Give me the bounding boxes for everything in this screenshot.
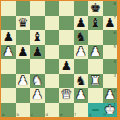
square-d1[interactable]: d (45, 103, 60, 118)
square-g5[interactable]: ♟ (88, 45, 103, 60)
square-e8[interactable] (59, 1, 74, 16)
piece-white-king[interactable]: ♚ (104, 103, 115, 116)
piece-black-king[interactable]: ♚ (90, 2, 101, 15)
board-frame: ♚8♛♟♝7♟♟♝♞6♟♟♟♟♟5♟4♟♞♞♜3♟♛♟2♟abcdefg1h♚ (0, 0, 120, 120)
piece-white-queen[interactable]: ♛ (61, 89, 72, 102)
piece-black-pawn[interactable]: ♟ (3, 31, 14, 44)
coord-rank-label: 4 (113, 60, 116, 64)
square-h6[interactable]: 6 (103, 30, 118, 45)
square-f5[interactable]: ♟ (74, 45, 89, 60)
square-b6[interactable] (16, 30, 31, 45)
square-f7[interactable]: ♟ (74, 16, 89, 31)
square-d4[interactable] (45, 59, 60, 74)
square-b3[interactable]: ♟ (16, 74, 31, 89)
piece-white-pawn[interactable]: ♟ (32, 89, 43, 102)
piece-black-knight[interactable]: ♞ (75, 31, 86, 44)
square-g8[interactable]: ♚ (88, 1, 103, 16)
piece-white-pawn[interactable]: ♟ (75, 45, 86, 58)
square-h3[interactable]: 3 (103, 74, 118, 89)
piece-black-pawn[interactable]: ♟ (61, 60, 72, 73)
square-b8[interactable] (16, 1, 31, 16)
square-a5[interactable]: ♟ (1, 45, 16, 60)
square-a6[interactable]: ♟ (1, 30, 16, 45)
square-d3[interactable] (45, 74, 60, 89)
square-c1[interactable]: c (30, 103, 45, 118)
square-h5[interactable]: 5 (103, 45, 118, 60)
square-a1[interactable]: a (1, 103, 16, 118)
coord-rank-label: 3 (113, 74, 116, 78)
square-a2[interactable] (1, 88, 16, 103)
square-d6[interactable] (45, 30, 60, 45)
piece-white-pawn[interactable]: ♟ (104, 89, 115, 102)
square-d7[interactable] (45, 16, 60, 31)
piece-black-queen[interactable]: ♛ (17, 16, 28, 29)
square-b5[interactable]: ♟ (16, 45, 31, 60)
piece-black-bishop[interactable]: ♝ (32, 31, 43, 44)
square-b7[interactable]: ♛ (16, 16, 31, 31)
square-c5[interactable]: ♟ (30, 45, 45, 60)
square-b2[interactable] (16, 88, 31, 103)
square-f3[interactable]: ♞ (74, 74, 89, 89)
piece-black-bishop[interactable]: ♝ (90, 16, 101, 29)
piece-black-pawn[interactable]: ♟ (17, 45, 28, 58)
square-a8[interactable] (1, 1, 16, 16)
square-d8[interactable] (45, 1, 60, 16)
square-h7[interactable]: 7♟ (103, 16, 118, 31)
square-h8[interactable]: 8 (103, 1, 118, 16)
square-g6[interactable] (88, 30, 103, 45)
square-a4[interactable] (1, 59, 16, 74)
coord-file-label: b (17, 113, 20, 117)
square-a3[interactable] (1, 74, 16, 89)
piece-white-pawn[interactable]: ♟ (75, 89, 86, 102)
square-f2[interactable]: ♟ (74, 88, 89, 103)
square-g1[interactable]: g (88, 103, 103, 118)
coord-file-label: f (75, 113, 76, 117)
square-a7[interactable] (1, 16, 16, 31)
square-h4[interactable]: 4 (103, 59, 118, 74)
piece-white-pawn[interactable]: ♟ (90, 45, 101, 58)
square-c4[interactable] (30, 59, 45, 74)
coord-file-label: g (89, 113, 92, 117)
piece-black-pawn[interactable]: ♟ (75, 16, 86, 29)
square-g2[interactable] (88, 88, 103, 103)
coord-rank-label: 5 (113, 45, 116, 49)
move-origin-marker (92, 109, 99, 112)
square-c6[interactable]: ♝ (30, 30, 45, 45)
square-h2[interactable]: 2♟ (103, 88, 118, 103)
square-d5[interactable] (45, 45, 60, 60)
piece-white-pawn[interactable]: ♟ (3, 45, 14, 58)
square-h1[interactable]: 1h♚ (103, 103, 118, 118)
square-c2[interactable]: ♟ (30, 88, 45, 103)
coord-file-label: d (46, 113, 49, 117)
coord-rank-label: 8 (113, 2, 116, 6)
square-e3[interactable] (59, 74, 74, 89)
square-e2[interactable]: ♛ (59, 88, 74, 103)
chess-board: ♚8♛♟♝7♟♟♝♞6♟♟♟♟♟5♟4♟♞♞♜3♟♛♟2♟abcdefg1h♚ (1, 1, 117, 117)
piece-black-pawn[interactable]: ♟ (104, 16, 115, 29)
piece-white-pawn[interactable]: ♟ (17, 74, 28, 87)
square-g4[interactable] (88, 59, 103, 74)
square-c7[interactable] (30, 16, 45, 31)
square-f1[interactable]: f (74, 103, 89, 118)
coord-file-label: c (31, 113, 33, 117)
piece-black-pawn[interactable]: ♟ (32, 45, 43, 58)
square-c8[interactable] (30, 1, 45, 16)
piece-black-knight[interactable]: ♞ (75, 74, 86, 87)
square-f6[interactable]: ♞ (74, 30, 89, 45)
piece-white-knight[interactable]: ♞ (32, 74, 43, 87)
coord-file-label: a (2, 113, 4, 117)
coord-file-label: e (60, 113, 62, 117)
coord-rank-label: 6 (113, 31, 116, 35)
square-e7[interactable] (59, 16, 74, 31)
square-c3[interactable]: ♞ (30, 74, 45, 89)
square-f4[interactable] (74, 59, 89, 74)
square-g3[interactable]: ♜ (88, 74, 103, 89)
square-d2[interactable] (45, 88, 60, 103)
square-f8[interactable] (74, 1, 89, 16)
square-e1[interactable]: e (59, 103, 74, 118)
square-b1[interactable]: b (16, 103, 31, 118)
square-e5[interactable] (59, 45, 74, 60)
square-g7[interactable]: ♝ (88, 16, 103, 31)
square-e6[interactable] (59, 30, 74, 45)
square-b4[interactable] (16, 59, 31, 74)
piece-white-rook[interactable]: ♜ (90, 74, 101, 87)
square-e4[interactable]: ♟ (59, 59, 74, 74)
